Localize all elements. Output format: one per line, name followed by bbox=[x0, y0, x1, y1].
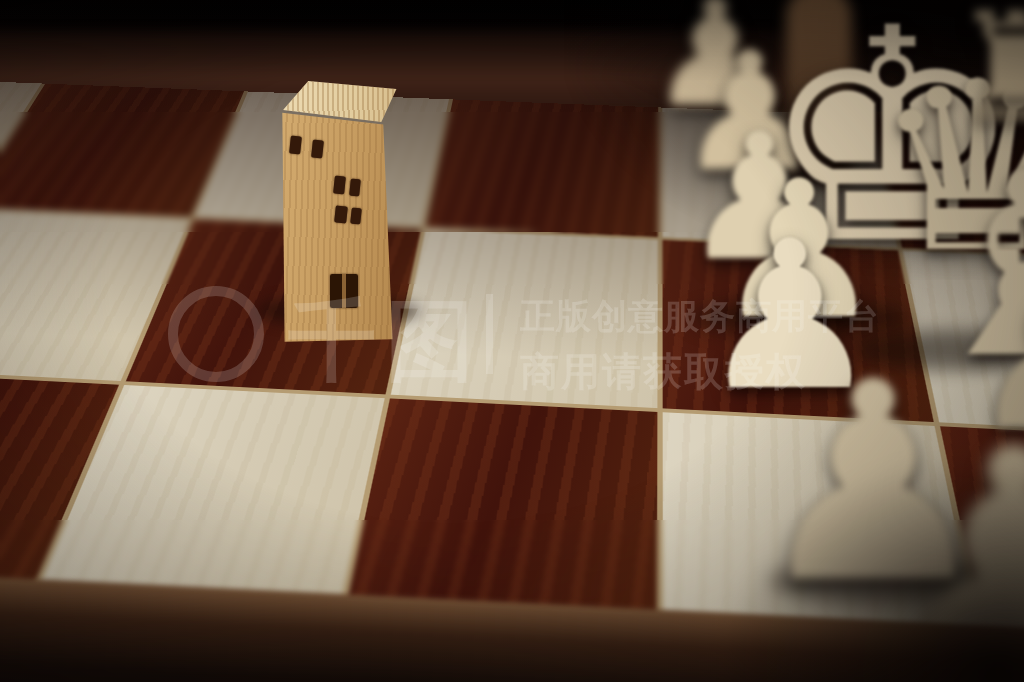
block-window-2 bbox=[311, 139, 324, 158]
block-window-5 bbox=[334, 205, 348, 223]
block-window-4 bbox=[349, 179, 361, 197]
block-window-3 bbox=[333, 175, 346, 194]
block-window-1 bbox=[289, 135, 302, 154]
block-window-6 bbox=[350, 208, 362, 225]
chessboard-photo: ♟♟♚♛♜♟♟♟♝♟♟♟♟ 千图 正版创意服务商用平台 商用请获取授权 bbox=[0, 0, 1024, 682]
block-door bbox=[330, 274, 358, 308]
wooden-building-block bbox=[270, 74, 406, 324]
